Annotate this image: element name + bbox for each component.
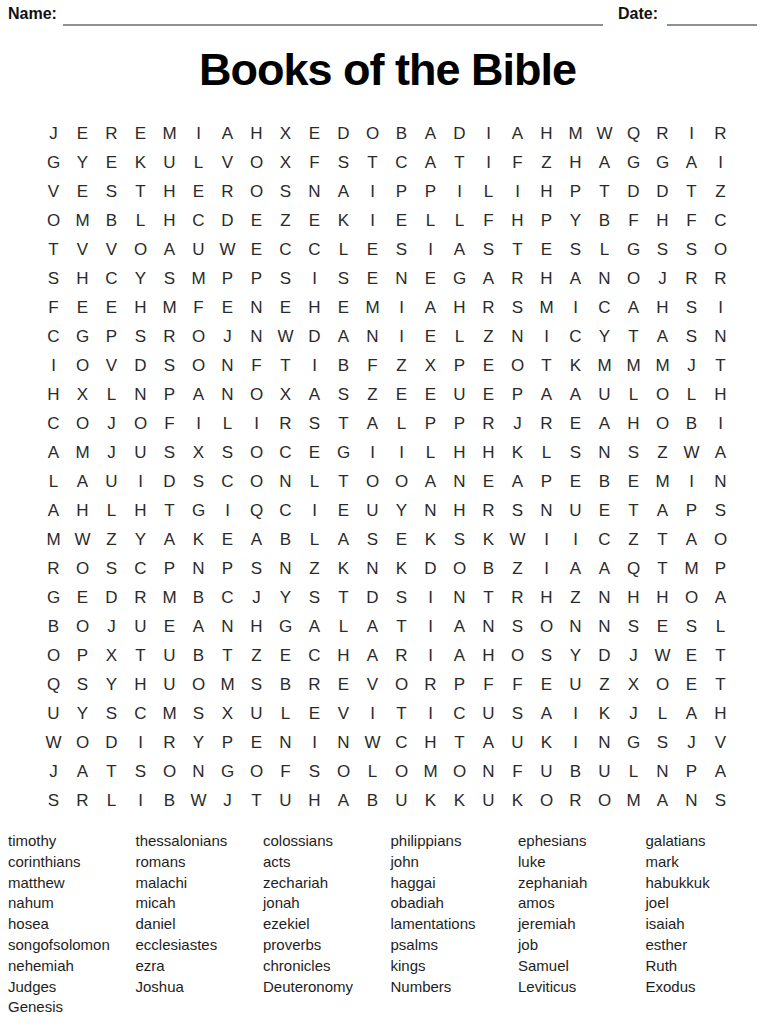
grid-cell[interactable]: A	[677, 525, 706, 554]
grid-cell[interactable]: L	[619, 757, 648, 786]
grid-cell[interactable]: N	[242, 293, 271, 322]
grid-cell[interactable]: L	[416, 206, 445, 235]
grid-cell[interactable]: H	[242, 119, 271, 148]
grid-cell[interactable]: A	[503, 119, 532, 148]
grid-cell[interactable]: H	[445, 496, 474, 525]
grid-cell[interactable]: H	[532, 177, 561, 206]
grid-cell[interactable]: T	[619, 496, 648, 525]
grid-cell[interactable]: N	[590, 612, 619, 641]
grid-cell[interactable]: I	[474, 148, 503, 177]
grid-cell[interactable]: E	[387, 525, 416, 554]
grid-cell[interactable]: M	[590, 351, 619, 380]
grid-cell[interactable]: C	[184, 206, 213, 235]
grid-cell[interactable]: N	[561, 612, 590, 641]
grid-cell[interactable]: P	[155, 554, 184, 583]
grid-cell[interactable]: Z	[271, 206, 300, 235]
grid-cell[interactable]: E	[126, 119, 155, 148]
grid-cell[interactable]: F	[677, 206, 706, 235]
grid-cell[interactable]: F	[155, 409, 184, 438]
grid-cell[interactable]: S	[677, 235, 706, 264]
grid-cell[interactable]: W	[68, 525, 97, 554]
grid-cell[interactable]: A	[358, 409, 387, 438]
grid-cell[interactable]: S	[68, 670, 97, 699]
grid-cell[interactable]: I	[532, 554, 561, 583]
grid-cell[interactable]: A	[242, 525, 271, 554]
grid-cell[interactable]: A	[184, 380, 213, 409]
grid-cell[interactable]: B	[184, 583, 213, 612]
grid-cell[interactable]: U	[561, 496, 590, 525]
grid-cell[interactable]: C	[213, 583, 242, 612]
grid-cell[interactable]: F	[242, 351, 271, 380]
grid-cell[interactable]: T	[358, 148, 387, 177]
grid-cell[interactable]: A	[706, 438, 735, 467]
grid-cell[interactable]: M	[184, 264, 213, 293]
grid-cell[interactable]: E	[358, 264, 387, 293]
grid-cell[interactable]: H	[126, 293, 155, 322]
grid-cell[interactable]: F	[503, 148, 532, 177]
grid-cell[interactable]: V	[329, 699, 358, 728]
grid-cell[interactable]: A	[358, 641, 387, 670]
grid-cell[interactable]: U	[358, 496, 387, 525]
grid-cell[interactable]: S	[155, 351, 184, 380]
grid-cell[interactable]: S	[677, 322, 706, 351]
grid-cell[interactable]: S	[155, 264, 184, 293]
grid-cell[interactable]: Z	[590, 670, 619, 699]
grid-cell[interactable]: A	[648, 786, 677, 815]
grid-cell[interactable]: R	[648, 119, 677, 148]
grid-cell[interactable]: I	[300, 264, 329, 293]
grid-cell[interactable]: C	[706, 206, 735, 235]
grid-cell[interactable]: E	[619, 467, 648, 496]
grid-cell[interactable]: A	[39, 496, 68, 525]
grid-cell[interactable]: O	[532, 612, 561, 641]
grid-cell[interactable]: A	[416, 148, 445, 177]
grid-cell[interactable]: O	[329, 757, 358, 786]
grid-cell[interactable]: S	[474, 235, 503, 264]
grid-cell[interactable]: Z	[648, 438, 677, 467]
grid-cell[interactable]: F	[300, 148, 329, 177]
grid-cell[interactable]: O	[677, 583, 706, 612]
grid-cell[interactable]: Y	[97, 670, 126, 699]
grid-cell[interactable]: C	[126, 554, 155, 583]
grid-cell[interactable]: A	[184, 612, 213, 641]
grid-cell[interactable]: O	[242, 177, 271, 206]
grid-cell[interactable]: O	[39, 641, 68, 670]
grid-cell[interactable]: J	[619, 699, 648, 728]
grid-cell[interactable]: K	[503, 786, 532, 815]
grid-cell[interactable]: N	[474, 757, 503, 786]
grid-cell[interactable]: H	[532, 583, 561, 612]
grid-cell[interactable]: N	[213, 612, 242, 641]
grid-cell[interactable]: O	[184, 351, 213, 380]
grid-cell[interactable]: K	[590, 699, 619, 728]
grid-cell[interactable]: Q	[39, 670, 68, 699]
grid-cell[interactable]: A	[300, 380, 329, 409]
grid-cell[interactable]: T	[677, 177, 706, 206]
grid-cell[interactable]: I	[561, 728, 590, 757]
grid-cell[interactable]: S	[619, 612, 648, 641]
grid-cell[interactable]: D	[590, 641, 619, 670]
grid-cell[interactable]: S	[677, 293, 706, 322]
grid-cell[interactable]: I	[184, 409, 213, 438]
grid-cell[interactable]: K	[445, 786, 474, 815]
grid-cell[interactable]: M	[561, 119, 590, 148]
grid-cell[interactable]: X	[271, 148, 300, 177]
grid-cell[interactable]: P	[445, 351, 474, 380]
grid-cell[interactable]: T	[126, 177, 155, 206]
grid-cell[interactable]: O	[387, 757, 416, 786]
grid-cell[interactable]: A	[155, 525, 184, 554]
grid-cell[interactable]: A	[416, 467, 445, 496]
grid-cell[interactable]: A	[416, 119, 445, 148]
grid-cell[interactable]: Y	[561, 206, 590, 235]
grid-cell[interactable]: S	[445, 525, 474, 554]
grid-cell[interactable]: U	[155, 670, 184, 699]
grid-cell[interactable]: A	[358, 612, 387, 641]
grid-cell[interactable]: A	[532, 699, 561, 728]
grid-cell[interactable]: O	[126, 409, 155, 438]
grid-cell[interactable]: R	[474, 496, 503, 525]
grid-cell[interactable]: P	[213, 264, 242, 293]
grid-cell[interactable]: N	[445, 583, 474, 612]
grid-cell[interactable]: P	[68, 641, 97, 670]
grid-cell[interactable]: P	[213, 554, 242, 583]
grid-cell[interactable]: C	[39, 322, 68, 351]
grid-cell[interactable]: D	[648, 177, 677, 206]
grid-cell[interactable]: H	[706, 699, 735, 728]
grid-cell[interactable]: T	[97, 757, 126, 786]
grid-cell[interactable]: N	[213, 380, 242, 409]
grid-cell[interactable]: N	[706, 467, 735, 496]
grid-cell[interactable]: D	[445, 119, 474, 148]
grid-cell[interactable]: E	[97, 293, 126, 322]
grid-cell[interactable]: P	[416, 409, 445, 438]
grid-cell[interactable]: P	[155, 380, 184, 409]
grid-cell[interactable]: G	[648, 148, 677, 177]
grid-cell[interactable]: D	[213, 206, 242, 235]
grid-cell[interactable]: G	[619, 148, 648, 177]
grid-cell[interactable]: E	[68, 583, 97, 612]
grid-cell[interactable]: U	[503, 728, 532, 757]
grid-cell[interactable]: S	[242, 554, 271, 583]
grid-cell[interactable]: U	[155, 641, 184, 670]
grid-cell[interactable]: X	[271, 119, 300, 148]
grid-cell[interactable]: P	[97, 322, 126, 351]
grid-cell[interactable]: C	[300, 235, 329, 264]
grid-cell[interactable]: D	[300, 322, 329, 351]
grid-cell[interactable]: Y	[126, 525, 155, 554]
grid-cell[interactable]: U	[445, 380, 474, 409]
grid-cell[interactable]: H	[648, 293, 677, 322]
grid-cell[interactable]: V	[39, 177, 68, 206]
grid-cell[interactable]: B	[590, 206, 619, 235]
grid-cell[interactable]: D	[126, 351, 155, 380]
grid-cell[interactable]: C	[271, 496, 300, 525]
grid-cell[interactable]: N	[416, 496, 445, 525]
grid-cell[interactable]: L	[532, 438, 561, 467]
grid-cell[interactable]: E	[184, 177, 213, 206]
grid-cell[interactable]: S	[532, 641, 561, 670]
grid-cell[interactable]: S	[561, 235, 590, 264]
grid-cell[interactable]: C	[590, 525, 619, 554]
grid-cell[interactable]: U	[474, 786, 503, 815]
grid-cell[interactable]: S	[126, 322, 155, 351]
grid-cell[interactable]: E	[677, 641, 706, 670]
grid-cell[interactable]: I	[242, 409, 271, 438]
grid-cell[interactable]: R	[271, 409, 300, 438]
grid-cell[interactable]: T	[445, 728, 474, 757]
grid-cell[interactable]: U	[271, 786, 300, 815]
grid-cell[interactable]: I	[532, 525, 561, 554]
grid-cell[interactable]: I	[416, 583, 445, 612]
grid-cell[interactable]: E	[474, 351, 503, 380]
grid-cell[interactable]: M	[619, 786, 648, 815]
grid-cell[interactable]: L	[445, 206, 474, 235]
grid-cell[interactable]: E	[532, 235, 561, 264]
grid-cell[interactable]: S	[300, 409, 329, 438]
grid-cell[interactable]: M	[155, 699, 184, 728]
grid-cell[interactable]: Z	[97, 525, 126, 554]
grid-cell[interactable]: W	[358, 728, 387, 757]
grid-cell[interactable]: T	[213, 641, 242, 670]
grid-cell[interactable]: T	[329, 409, 358, 438]
grid-cell[interactable]: G	[39, 583, 68, 612]
grid-cell[interactable]: Z	[619, 525, 648, 554]
grid-cell[interactable]: L	[300, 525, 329, 554]
grid-cell[interactable]: V	[97, 235, 126, 264]
grid-cell[interactable]: R	[561, 786, 590, 815]
grid-cell[interactable]: F	[503, 670, 532, 699]
grid-cell[interactable]: O	[184, 670, 213, 699]
grid-cell[interactable]: H	[532, 119, 561, 148]
grid-cell[interactable]: B	[39, 612, 68, 641]
grid-cell[interactable]: E	[68, 293, 97, 322]
grid-cell[interactable]: Y	[271, 583, 300, 612]
grid-cell[interactable]: A	[590, 148, 619, 177]
grid-cell[interactable]: A	[213, 119, 242, 148]
grid-cell[interactable]: P	[532, 467, 561, 496]
grid-cell[interactable]: Y	[126, 264, 155, 293]
grid-cell[interactable]: J	[242, 583, 271, 612]
grid-cell[interactable]: J	[648, 264, 677, 293]
grid-cell[interactable]: H	[474, 641, 503, 670]
grid-cell[interactable]: A	[590, 409, 619, 438]
grid-cell[interactable]: G	[445, 264, 474, 293]
grid-cell[interactable]: I	[213, 496, 242, 525]
grid-cell[interactable]: X	[416, 351, 445, 380]
grid-cell[interactable]: N	[445, 467, 474, 496]
grid-cell[interactable]: N	[184, 757, 213, 786]
grid-cell[interactable]: T	[126, 641, 155, 670]
grid-cell[interactable]: L	[329, 235, 358, 264]
grid-cell[interactable]: P	[416, 177, 445, 206]
grid-cell[interactable]: T	[532, 351, 561, 380]
grid-cell[interactable]: U	[242, 699, 271, 728]
grid-cell[interactable]: A	[445, 612, 474, 641]
grid-cell[interactable]: I	[416, 641, 445, 670]
grid-cell[interactable]: S	[300, 757, 329, 786]
grid-cell[interactable]: P	[387, 177, 416, 206]
grid-cell[interactable]: W	[213, 235, 242, 264]
grid-cell[interactable]: Z	[300, 554, 329, 583]
grid-cell[interactable]: S	[503, 293, 532, 322]
grid-cell[interactable]: H	[242, 612, 271, 641]
grid-cell[interactable]: W	[590, 119, 619, 148]
grid-cell[interactable]: V	[706, 728, 735, 757]
grid-cell[interactable]: I	[300, 728, 329, 757]
grid-cell[interactable]: L	[97, 380, 126, 409]
grid-cell[interactable]: R	[155, 322, 184, 351]
grid-cell[interactable]: T	[706, 351, 735, 380]
grid-cell[interactable]: S	[387, 583, 416, 612]
grid-cell[interactable]: I	[387, 293, 416, 322]
grid-cell[interactable]: A	[706, 583, 735, 612]
grid-cell[interactable]: O	[39, 206, 68, 235]
grid-cell[interactable]: K	[329, 206, 358, 235]
grid-cell[interactable]: U	[387, 786, 416, 815]
grid-cell[interactable]: P	[445, 409, 474, 438]
grid-cell[interactable]: O	[68, 728, 97, 757]
grid-cell[interactable]: O	[184, 322, 213, 351]
grid-cell[interactable]: T	[242, 786, 271, 815]
grid-cell[interactable]: N	[329, 728, 358, 757]
grid-cell[interactable]: T	[329, 467, 358, 496]
grid-cell[interactable]: U	[126, 612, 155, 641]
grid-cell[interactable]: N	[503, 322, 532, 351]
grid-cell[interactable]: G	[619, 235, 648, 264]
grid-cell[interactable]: G	[39, 148, 68, 177]
grid-cell[interactable]: S	[97, 177, 126, 206]
grid-cell[interactable]: O	[358, 467, 387, 496]
grid-cell[interactable]: E	[68, 177, 97, 206]
grid-cell[interactable]: I	[416, 612, 445, 641]
grid-cell[interactable]: R	[677, 264, 706, 293]
grid-cell[interactable]: S	[155, 438, 184, 467]
grid-cell[interactable]: R	[300, 670, 329, 699]
grid-cell[interactable]: O	[619, 264, 648, 293]
grid-cell[interactable]: N	[387, 264, 416, 293]
grid-cell[interactable]: H	[155, 206, 184, 235]
grid-cell[interactable]: H	[445, 293, 474, 322]
grid-cell[interactable]: B	[329, 351, 358, 380]
grid-cell[interactable]: F	[619, 206, 648, 235]
grid-cell[interactable]: K	[416, 525, 445, 554]
grid-cell[interactable]: H	[155, 177, 184, 206]
grid-cell[interactable]: E	[329, 496, 358, 525]
grid-cell[interactable]: S	[97, 554, 126, 583]
grid-cell[interactable]: I	[387, 438, 416, 467]
grid-cell[interactable]: S	[126, 757, 155, 786]
grid-cell[interactable]: F	[503, 757, 532, 786]
grid-cell[interactable]: E	[590, 496, 619, 525]
grid-cell[interactable]: L	[619, 380, 648, 409]
grid-cell[interactable]: O	[242, 380, 271, 409]
grid-cell[interactable]: D	[329, 119, 358, 148]
grid-cell[interactable]: S	[39, 786, 68, 815]
grid-cell[interactable]: E	[242, 206, 271, 235]
grid-cell[interactable]: R	[97, 119, 126, 148]
grid-cell[interactable]: I	[561, 293, 590, 322]
grid-cell[interactable]: N	[271, 554, 300, 583]
grid-cell[interactable]: U	[561, 670, 590, 699]
grid-cell[interactable]: I	[706, 409, 735, 438]
grid-cell[interactable]: R	[503, 583, 532, 612]
grid-cell[interactable]: M	[68, 206, 97, 235]
grid-cell[interactable]: H	[619, 409, 648, 438]
grid-cell[interactable]: I	[677, 119, 706, 148]
grid-cell[interactable]: K	[532, 728, 561, 757]
grid-cell[interactable]: R	[532, 409, 561, 438]
grid-cell[interactable]: H	[329, 641, 358, 670]
grid-cell[interactable]: E	[271, 641, 300, 670]
grid-cell[interactable]: T	[271, 351, 300, 380]
grid-cell[interactable]: J	[619, 641, 648, 670]
grid-cell[interactable]: E	[213, 525, 242, 554]
grid-cell[interactable]: A	[532, 380, 561, 409]
grid-cell[interactable]: T	[706, 670, 735, 699]
grid-cell[interactable]: P	[677, 496, 706, 525]
grid-cell[interactable]: C	[590, 293, 619, 322]
grid-cell[interactable]: A	[445, 641, 474, 670]
grid-cell[interactable]: V	[97, 351, 126, 380]
grid-cell[interactable]: W	[271, 322, 300, 351]
grid-cell[interactable]: S	[503, 496, 532, 525]
grid-cell[interactable]: X	[213, 699, 242, 728]
grid-cell[interactable]: K	[387, 554, 416, 583]
grid-cell[interactable]: L	[445, 322, 474, 351]
grid-cell[interactable]: G	[213, 757, 242, 786]
grid-cell[interactable]: O	[532, 786, 561, 815]
grid-cell[interactable]: H	[561, 148, 590, 177]
grid-cell[interactable]: O	[242, 467, 271, 496]
grid-cell[interactable]: O	[68, 351, 97, 380]
grid-cell[interactable]: J	[39, 119, 68, 148]
grid-cell[interactable]: N	[213, 351, 242, 380]
grid-cell[interactable]: F	[184, 293, 213, 322]
grid-cell[interactable]: M	[358, 293, 387, 322]
grid-cell[interactable]: O	[648, 409, 677, 438]
grid-cell[interactable]: I	[126, 728, 155, 757]
grid-cell[interactable]: S	[184, 467, 213, 496]
grid-cell[interactable]: Y	[184, 728, 213, 757]
grid-cell[interactable]: N	[358, 554, 387, 583]
grid-cell[interactable]: H	[300, 786, 329, 815]
grid-cell[interactable]: S	[706, 786, 735, 815]
grid-cell[interactable]: L	[706, 612, 735, 641]
grid-cell[interactable]: L	[213, 409, 242, 438]
grid-cell[interactable]: I	[387, 322, 416, 351]
grid-cell[interactable]: R	[387, 641, 416, 670]
grid-cell[interactable]: T	[706, 641, 735, 670]
grid-cell[interactable]: M	[39, 525, 68, 554]
grid-cell[interactable]: A	[503, 467, 532, 496]
grid-cell[interactable]: M	[155, 583, 184, 612]
grid-cell[interactable]: M	[619, 351, 648, 380]
grid-cell[interactable]: L	[39, 467, 68, 496]
grid-cell[interactable]: G	[68, 322, 97, 351]
grid-cell[interactable]: L	[387, 409, 416, 438]
grid-cell[interactable]: K	[126, 148, 155, 177]
grid-cell[interactable]: R	[706, 264, 735, 293]
grid-cell[interactable]: L	[329, 612, 358, 641]
grid-cell[interactable]: O	[503, 641, 532, 670]
grid-cell[interactable]: L	[184, 148, 213, 177]
grid-cell[interactable]: A	[68, 467, 97, 496]
grid-cell[interactable]: S	[503, 612, 532, 641]
grid-cell[interactable]: A	[300, 612, 329, 641]
grid-cell[interactable]: R	[39, 554, 68, 583]
grid-cell[interactable]: X	[68, 380, 97, 409]
